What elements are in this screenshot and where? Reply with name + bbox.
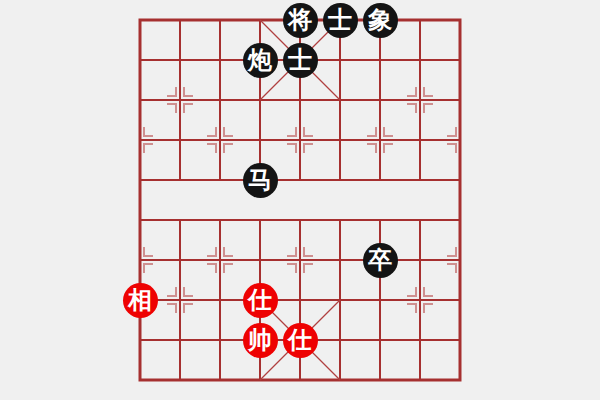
- piece-black-horse[interactable]: 马: [243, 163, 278, 198]
- piece-black-advisor[interactable]: 士: [283, 43, 318, 78]
- piece-black-general[interactable]: 将: [283, 3, 318, 38]
- piece-red-general[interactable]: 帅: [243, 323, 278, 358]
- piece-black-elephant[interactable]: 象: [363, 3, 398, 38]
- pieces-layer: 将士象炮士马卒相仕帅仕: [120, 0, 480, 400]
- piece-black-soldier[interactable]: 卒: [363, 243, 398, 278]
- piece-black-cannon[interactable]: 炮: [243, 43, 278, 78]
- piece-red-advisor[interactable]: 仕: [243, 283, 278, 318]
- piece-red-advisor[interactable]: 仕: [283, 323, 318, 358]
- piece-red-elephant[interactable]: 相: [123, 283, 158, 318]
- piece-black-advisor[interactable]: 士: [323, 3, 358, 38]
- xiangqi-board: 将士象炮士马卒相仕帅仕: [0, 0, 600, 400]
